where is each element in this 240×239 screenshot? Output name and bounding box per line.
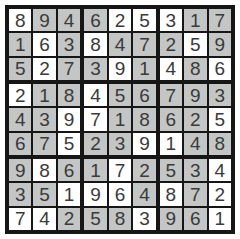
cell-r4c5[interactable]: 5	[109, 84, 131, 106]
cell-r4c1[interactable]: 2	[9, 84, 31, 106]
cell-r6c8[interactable]: 4	[184, 133, 206, 155]
cell-r9c3[interactable]: 2	[58, 208, 80, 230]
cell-r7c7[interactable]: 5	[160, 159, 182, 181]
cell-r1c7[interactable]: 3	[160, 9, 182, 31]
cell-r1c1[interactable]: 8	[9, 9, 31, 31]
cell-r9c5[interactable]: 8	[109, 208, 131, 230]
cell-r9c8[interactable]: 6	[184, 208, 206, 230]
cell-r1c9[interactable]: 7	[209, 9, 231, 31]
cell-r4c4[interactable]: 4	[84, 84, 106, 106]
cell-r7c3[interactable]: 6	[58, 159, 80, 181]
cell-r6c6[interactable]: 9	[133, 133, 155, 155]
cell-r8c1[interactable]: 3	[9, 183, 31, 205]
cell-r1c4[interactable]: 6	[84, 9, 106, 31]
cell-r6c1[interactable]: 6	[9, 133, 31, 155]
cell-r7c8[interactable]: 3	[184, 159, 206, 181]
sudoku-box-2: 625847391	[84, 9, 155, 80]
cell-r3c6[interactable]: 1	[133, 58, 155, 80]
cell-r7c5[interactable]: 7	[109, 159, 131, 181]
cell-r4c9[interactable]: 3	[209, 84, 231, 106]
sudoku-box-4: 218439675	[9, 84, 80, 155]
sudoku-board: 8941635276258473913172594862184396754567…	[5, 5, 235, 234]
sudoku-box-8: 172964583	[84, 159, 155, 230]
cell-r3c5[interactable]: 9	[109, 58, 131, 80]
cell-r6c4[interactable]: 2	[84, 133, 106, 155]
sudoku-box-3: 317259486	[160, 9, 231, 80]
cell-r6c5[interactable]: 3	[109, 133, 131, 155]
cell-r8c5[interactable]: 6	[109, 183, 131, 205]
cell-r3c2[interactable]: 2	[33, 58, 55, 80]
cell-r6c2[interactable]: 7	[33, 133, 55, 155]
cell-r2c2[interactable]: 6	[33, 33, 55, 55]
cell-r4c6[interactable]: 6	[133, 84, 155, 106]
cell-r8c9[interactable]: 2	[209, 183, 231, 205]
cell-r8c7[interactable]: 8	[160, 183, 182, 205]
cell-r1c6[interactable]: 5	[133, 9, 155, 31]
cell-r1c2[interactable]: 9	[33, 9, 55, 31]
cell-r5c1[interactable]: 4	[9, 108, 31, 130]
cell-r4c7[interactable]: 7	[160, 84, 182, 106]
cell-r3c1[interactable]: 5	[9, 58, 31, 80]
cell-r5c8[interactable]: 2	[184, 108, 206, 130]
cell-r2c8[interactable]: 5	[184, 33, 206, 55]
cell-r9c9[interactable]: 1	[209, 208, 231, 230]
cell-r9c6[interactable]: 3	[133, 208, 155, 230]
cell-r1c8[interactable]: 1	[184, 9, 206, 31]
cell-r7c9[interactable]: 4	[209, 159, 231, 181]
cell-r3c8[interactable]: 8	[184, 58, 206, 80]
cell-r1c5[interactable]: 2	[109, 9, 131, 31]
cell-r5c2[interactable]: 3	[33, 108, 55, 130]
cell-r4c3[interactable]: 8	[58, 84, 80, 106]
sudoku-box-1: 894163527	[9, 9, 80, 80]
cell-r5c5[interactable]: 1	[109, 108, 131, 130]
sudoku-box-9: 534872961	[160, 159, 231, 230]
cell-r9c2[interactable]: 4	[33, 208, 55, 230]
cell-r5c3[interactable]: 9	[58, 108, 80, 130]
cell-r3c3[interactable]: 7	[58, 58, 80, 80]
cell-r8c8[interactable]: 7	[184, 183, 206, 205]
cell-r3c9[interactable]: 6	[209, 58, 231, 80]
cell-r5c9[interactable]: 5	[209, 108, 231, 130]
cell-r8c3[interactable]: 1	[58, 183, 80, 205]
cell-r3c4[interactable]: 3	[84, 58, 106, 80]
cell-r1c3[interactable]: 4	[58, 9, 80, 31]
cell-r2c6[interactable]: 7	[133, 33, 155, 55]
cell-r2c3[interactable]: 3	[58, 33, 80, 55]
cell-r2c4[interactable]: 8	[84, 33, 106, 55]
cell-r2c1[interactable]: 1	[9, 33, 31, 55]
cell-r5c7[interactable]: 6	[160, 108, 182, 130]
page: 8941635276258473913172594862184396754567…	[0, 0, 240, 239]
cell-r6c9[interactable]: 8	[209, 133, 231, 155]
sudoku-box-6: 793625148	[160, 84, 231, 155]
sudoku-box-5: 456718239	[84, 84, 155, 155]
cell-r2c9[interactable]: 9	[209, 33, 231, 55]
cell-r7c6[interactable]: 2	[133, 159, 155, 181]
cell-r7c1[interactable]: 9	[9, 159, 31, 181]
cell-r4c8[interactable]: 9	[184, 84, 206, 106]
cell-r6c3[interactable]: 5	[58, 133, 80, 155]
cell-r3c7[interactable]: 4	[160, 58, 182, 80]
cell-r9c7[interactable]: 9	[160, 208, 182, 230]
cell-r8c2[interactable]: 5	[33, 183, 55, 205]
cell-r7c4[interactable]: 1	[84, 159, 106, 181]
sudoku-box-7: 986351742	[9, 159, 80, 230]
cell-r8c4[interactable]: 9	[84, 183, 106, 205]
cell-r5c4[interactable]: 7	[84, 108, 106, 130]
cell-r9c4[interactable]: 5	[84, 208, 106, 230]
cell-r2c5[interactable]: 4	[109, 33, 131, 55]
cell-r6c7[interactable]: 1	[160, 133, 182, 155]
cell-r4c2[interactable]: 1	[33, 84, 55, 106]
cell-r2c7[interactable]: 2	[160, 33, 182, 55]
cell-r7c2[interactable]: 8	[33, 159, 55, 181]
cell-r5c6[interactable]: 8	[133, 108, 155, 130]
cell-r8c6[interactable]: 4	[133, 183, 155, 205]
cell-r9c1[interactable]: 7	[9, 208, 31, 230]
